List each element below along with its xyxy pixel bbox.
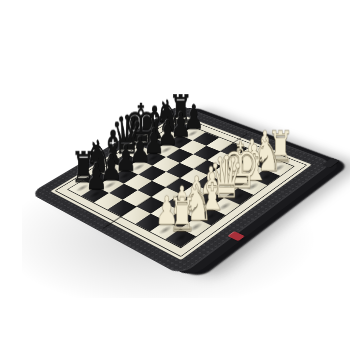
piece-black-rook-a8: ♜ [62,147,105,189]
piece-shadow [216,201,234,212]
piece-shadow [215,184,232,194]
piece-shadow [271,163,288,173]
board-border-mat: ♜♞♝♛♚♝♞♜♟♟♟♟♟♟♟♟♟♟♟♟♟♟♟♟♜♞♝♛♚♝♞♜ [50,114,311,260]
piece-shadow [202,211,220,222]
piece-shadow [229,175,246,185]
piece-shadow [171,232,190,244]
piece-shadow [89,174,106,184]
piece-shadow [116,171,133,181]
piece-shadow [255,157,271,166]
piece-shadow [258,172,275,182]
piece-shadow [118,157,134,166]
piece-shadow [102,180,119,190]
piece-shadow [201,194,218,205]
piece-black-rook-h8: ♜ [161,90,201,129]
board-tilt-wrapper: ♜♞♝♛♚♝♞♜♟♟♟♟♟♟♟♟♟♟♟♟♟♟♟♟♜♞♝♛♚♝♞♜ [58,56,302,300]
piece-shadow [187,221,205,232]
piece-white-pawn-h2: ♟ [244,127,287,163]
playing-area: ♜♞♝♛♚♝♞♜♟♟♟♟♟♟♟♟♟♟♟♟♟♟♟♟♜♞♝♛♚♝♞♜ [67,121,295,248]
piece-shadow [171,214,189,225]
piece-shadow [244,182,261,192]
chess-set-product-photo: ♜♞♝♛♚♝♞♜♟♟♟♟♟♟♟♟♟♟♟♟♟♟♟♟♜♞♝♛♚♝♞♜ [0,0,350,350]
square-f2: ♟ [223,172,252,188]
piece-shadow [230,191,247,202]
piece-shadow [74,183,91,193]
corner-hinge-tab [322,158,339,168]
piece-shadow [172,137,188,146]
piece-shadow [242,166,259,176]
red-latch [227,231,244,241]
piece-shadow [159,132,175,140]
